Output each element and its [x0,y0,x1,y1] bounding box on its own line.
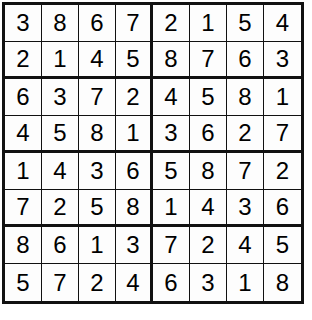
cell-r1c2[interactable]: 8 [42,5,79,42]
cell-r5c8[interactable]: 2 [264,153,301,190]
cell-r5c5[interactable]: 5 [153,153,190,190]
cell-r7c2[interactable]: 6 [42,227,79,264]
cell-r3c1[interactable]: 6 [5,79,42,116]
cell-r5c4[interactable]: 6 [116,153,153,190]
board-wrapper: 3867215421458763637245814581362714365872… [0,0,312,306]
cell-r1c1[interactable]: 3 [5,5,42,42]
cell-r3c5[interactable]: 4 [153,79,190,116]
cell-r6c7[interactable]: 3 [227,190,264,227]
cell-r3c3[interactable]: 7 [79,79,116,116]
cell-r2c8[interactable]: 3 [264,42,301,79]
cell-r4c5[interactable]: 3 [153,116,190,153]
cell-r5c2[interactable]: 4 [42,153,79,190]
cell-r8c2[interactable]: 7 [42,264,79,301]
cell-r8c8[interactable]: 8 [264,264,301,301]
cell-r7c3[interactable]: 1 [79,227,116,264]
cell-r2c1[interactable]: 2 [5,42,42,79]
cell-r6c1[interactable]: 7 [5,190,42,227]
sudoku-board: 3867215421458763637245814581362714365872… [2,2,304,304]
cell-r5c6[interactable]: 8 [190,153,227,190]
cell-r2c4[interactable]: 5 [116,42,153,79]
cell-r3c6[interactable]: 5 [190,79,227,116]
cell-r1c6[interactable]: 1 [190,5,227,42]
cell-r2c5[interactable]: 8 [153,42,190,79]
cell-r4c4[interactable]: 1 [116,116,153,153]
cell-r5c1[interactable]: 1 [5,153,42,190]
cell-r3c8[interactable]: 1 [264,79,301,116]
cell-r4c6[interactable]: 6 [190,116,227,153]
cell-r8c4[interactable]: 4 [116,264,153,301]
cell-r6c2[interactable]: 2 [42,190,79,227]
cell-r7c5[interactable]: 7 [153,227,190,264]
cell-r2c2[interactable]: 1 [42,42,79,79]
cell-r2c7[interactable]: 6 [227,42,264,79]
cell-r3c4[interactable]: 2 [116,79,153,116]
cell-r6c3[interactable]: 5 [79,190,116,227]
cell-r4c1[interactable]: 4 [5,116,42,153]
cell-r6c5[interactable]: 1 [153,190,190,227]
cell-r8c7[interactable]: 1 [227,264,264,301]
cell-r7c7[interactable]: 4 [227,227,264,264]
cell-r2c3[interactable]: 4 [79,42,116,79]
cell-r5c3[interactable]: 3 [79,153,116,190]
cell-r4c3[interactable]: 8 [79,116,116,153]
cell-r3c2[interactable]: 3 [42,79,79,116]
cell-r7c1[interactable]: 8 [5,227,42,264]
cell-r7c8[interactable]: 5 [264,227,301,264]
cell-r4c8[interactable]: 7 [264,116,301,153]
cell-r7c6[interactable]: 2 [190,227,227,264]
cell-r8c3[interactable]: 2 [79,264,116,301]
cell-r7c4[interactable]: 3 [116,227,153,264]
cell-r6c6[interactable]: 4 [190,190,227,227]
cell-r6c4[interactable]: 8 [116,190,153,227]
cell-r4c7[interactable]: 2 [227,116,264,153]
cell-r8c6[interactable]: 3 [190,264,227,301]
cell-r8c5[interactable]: 6 [153,264,190,301]
cell-r4c2[interactable]: 5 [42,116,79,153]
cell-r2c6[interactable]: 7 [190,42,227,79]
cell-r1c4[interactable]: 7 [116,5,153,42]
cell-r1c5[interactable]: 2 [153,5,190,42]
cell-r1c7[interactable]: 5 [227,5,264,42]
cell-r5c7[interactable]: 7 [227,153,264,190]
cell-r6c8[interactable]: 6 [264,190,301,227]
cell-r8c1[interactable]: 5 [5,264,42,301]
cell-r1c3[interactable]: 6 [79,5,116,42]
cell-r1c8[interactable]: 4 [264,5,301,42]
cell-r3c7[interactable]: 8 [227,79,264,116]
